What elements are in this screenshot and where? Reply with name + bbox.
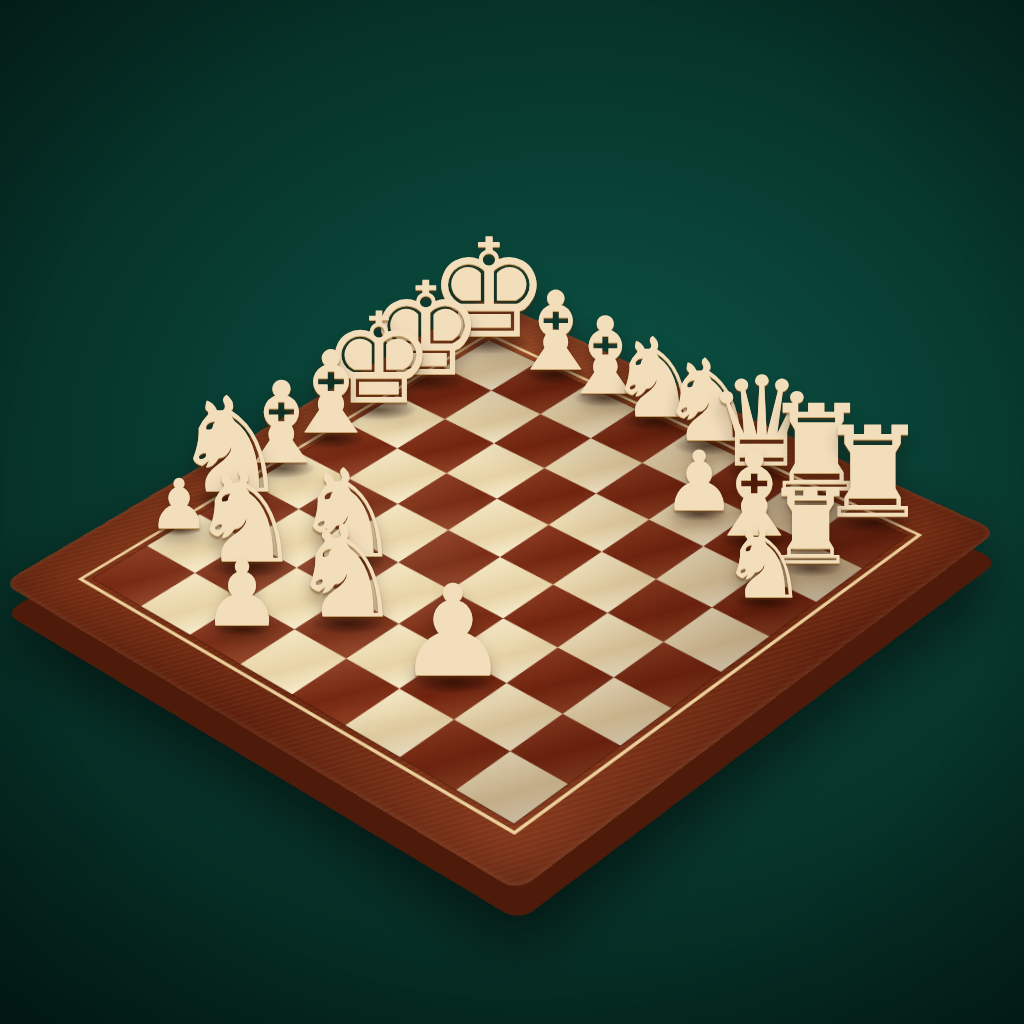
chess-board — [93, 340, 906, 823]
board-slab — [130, 187, 870, 927]
chess-scene: ♚♝♚♝♚♞♝♞♝♛♜♞♟♜♟♝♞♞♜♞♞♟♟ — [0, 0, 1024, 1024]
board-frame — [3, 297, 997, 891]
